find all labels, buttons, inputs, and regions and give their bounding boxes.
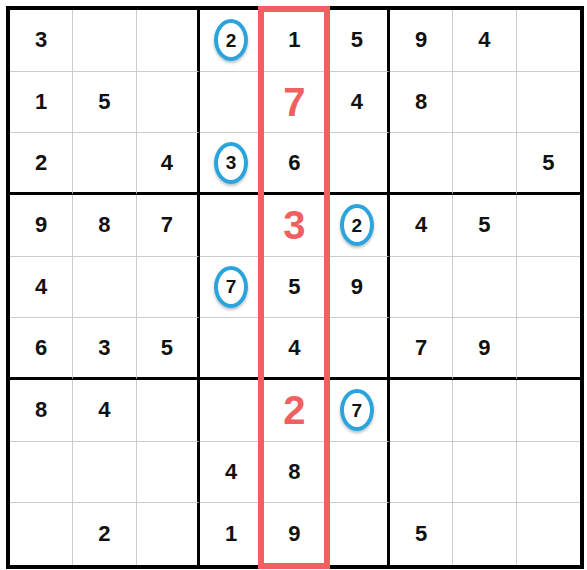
sudoku-board: 3215941574824365987324547596354798427482… bbox=[6, 6, 584, 569]
cell-r3c8[interactable] bbox=[453, 133, 516, 195]
solved-digit: 2 bbox=[283, 390, 305, 430]
cell-r8c1[interactable] bbox=[10, 442, 73, 504]
cell-r8c2[interactable] bbox=[73, 442, 136, 504]
cell-r9c6[interactable] bbox=[327, 503, 390, 565]
sudoku-grid: 3215941574824365987324547596354798427482… bbox=[10, 10, 580, 565]
solved-digit: 3 bbox=[283, 205, 305, 245]
cell-r7c2[interactable]: 4 bbox=[73, 380, 136, 442]
cell-r7c8[interactable] bbox=[453, 380, 516, 442]
cell-r7c4[interactable] bbox=[200, 380, 263, 442]
cell-r3c4[interactable]: 3 bbox=[200, 133, 263, 195]
cell-r6c8[interactable]: 9 bbox=[453, 318, 516, 380]
cell-r3c1[interactable]: 2 bbox=[10, 133, 73, 195]
cell-r8c4[interactable]: 4 bbox=[200, 442, 263, 504]
cell-r1c6[interactable]: 5 bbox=[327, 10, 390, 72]
given-digit: 4 bbox=[225, 461, 237, 483]
given-digit: 5 bbox=[415, 523, 427, 545]
cell-r3c9[interactable]: 5 bbox=[517, 133, 580, 195]
given-digit: 6 bbox=[288, 152, 300, 174]
cell-r6c4[interactable] bbox=[200, 318, 263, 380]
given-digit: 7 bbox=[352, 401, 363, 420]
given-digit: 2 bbox=[352, 216, 363, 235]
cell-r2c5[interactable]: 7 bbox=[263, 72, 326, 134]
given-digit: 1 bbox=[35, 91, 47, 113]
given-digit: 5 bbox=[351, 29, 363, 51]
cell-r5c8[interactable] bbox=[453, 257, 516, 319]
cell-r5c6[interactable]: 9 bbox=[327, 257, 390, 319]
cell-r6c3[interactable]: 5 bbox=[137, 318, 200, 380]
cell-r6c6[interactable] bbox=[327, 318, 390, 380]
cell-r6c9[interactable] bbox=[517, 318, 580, 380]
given-digit: 4 bbox=[35, 276, 47, 298]
cell-r6c5[interactable]: 4 bbox=[263, 318, 326, 380]
given-digit: 9 bbox=[35, 214, 47, 236]
given-digit: 3 bbox=[226, 153, 237, 172]
given-digit: 2 bbox=[98, 523, 110, 545]
given-digit: 8 bbox=[98, 214, 110, 236]
given-digit: 4 bbox=[161, 152, 173, 174]
cell-r7c5[interactable]: 2 bbox=[263, 380, 326, 442]
cell-r3c6[interactable] bbox=[327, 133, 390, 195]
cell-r6c1[interactable]: 6 bbox=[10, 318, 73, 380]
cell-r9c4[interactable]: 1 bbox=[200, 503, 263, 565]
cell-r3c7[interactable] bbox=[390, 133, 453, 195]
cell-r2c3[interactable] bbox=[137, 72, 200, 134]
cell-r2c6[interactable]: 4 bbox=[327, 72, 390, 134]
cell-r9c3[interactable] bbox=[137, 503, 200, 565]
sudoku-app: 3215941574824365987324547596354798427482… bbox=[0, 0, 587, 570]
given-digit: 5 bbox=[478, 214, 490, 236]
cell-r8c8[interactable] bbox=[453, 442, 516, 504]
cell-r8c9[interactable] bbox=[517, 442, 580, 504]
cell-r4c3[interactable]: 7 bbox=[137, 195, 200, 257]
cell-r1c1[interactable]: 3 bbox=[10, 10, 73, 72]
given-digit: 9 bbox=[478, 337, 490, 359]
cell-r6c2[interactable]: 3 bbox=[73, 318, 136, 380]
cell-r7c3[interactable] bbox=[137, 380, 200, 442]
cell-r7c1[interactable]: 8 bbox=[10, 380, 73, 442]
given-digit: 5 bbox=[98, 91, 110, 113]
cell-r3c5[interactable]: 6 bbox=[263, 133, 326, 195]
cell-r9c9[interactable] bbox=[517, 503, 580, 565]
given-digit: 4 bbox=[351, 91, 363, 113]
cell-r1c9[interactable] bbox=[517, 10, 580, 72]
given-digit: 5 bbox=[288, 276, 300, 298]
cell-r1c4[interactable]: 2 bbox=[200, 10, 263, 72]
cell-r8c5[interactable]: 8 bbox=[263, 442, 326, 504]
solved-digit: 7 bbox=[283, 82, 305, 122]
given-digit: 7 bbox=[161, 214, 173, 236]
cell-r2c9[interactable] bbox=[517, 72, 580, 134]
cell-r5c7[interactable] bbox=[390, 257, 453, 319]
given-digit: 5 bbox=[542, 152, 554, 174]
cell-r2c4[interactable] bbox=[200, 72, 263, 134]
cell-r7c9[interactable] bbox=[517, 380, 580, 442]
cell-r9c2[interactable]: 2 bbox=[73, 503, 136, 565]
cell-r4c2[interactable]: 8 bbox=[73, 195, 136, 257]
cell-r4c1[interactable]: 9 bbox=[10, 195, 73, 257]
given-digit: 4 bbox=[98, 399, 110, 421]
cell-r5c2[interactable] bbox=[73, 257, 136, 319]
cell-r9c8[interactable] bbox=[453, 503, 516, 565]
given-digit: 3 bbox=[35, 29, 47, 51]
given-digit: 7 bbox=[226, 277, 237, 296]
cell-r2c8[interactable] bbox=[453, 72, 516, 134]
cell-r3c2[interactable] bbox=[73, 133, 136, 195]
given-digit: 3 bbox=[98, 337, 110, 359]
cell-r2c1[interactable]: 1 bbox=[10, 72, 73, 134]
cell-r4c8[interactable]: 5 bbox=[453, 195, 516, 257]
cell-r1c8[interactable]: 4 bbox=[453, 10, 516, 72]
cell-r4c4[interactable] bbox=[200, 195, 263, 257]
given-digit: 5 bbox=[161, 337, 173, 359]
cell-r5c1[interactable]: 4 bbox=[10, 257, 73, 319]
given-digit: 8 bbox=[35, 399, 47, 421]
cell-r2c2[interactable]: 5 bbox=[73, 72, 136, 134]
given-digit: 6 bbox=[35, 337, 47, 359]
cell-r1c3[interactable] bbox=[137, 10, 200, 72]
cell-r9c1[interactable] bbox=[10, 503, 73, 565]
cell-r4c9[interactable] bbox=[517, 195, 580, 257]
cell-r9c7[interactable]: 5 bbox=[390, 503, 453, 565]
cell-r7c7[interactable] bbox=[390, 380, 453, 442]
given-digit: 9 bbox=[288, 523, 300, 545]
given-digit: 7 bbox=[415, 337, 427, 359]
cell-r4c6[interactable]: 2 bbox=[327, 195, 390, 257]
cell-r8c3[interactable] bbox=[137, 442, 200, 504]
cell-r5c4[interactable]: 7 bbox=[200, 257, 263, 319]
given-digit: 4 bbox=[478, 29, 490, 51]
cell-r3c3[interactable]: 4 bbox=[137, 133, 200, 195]
cell-r4c7[interactable]: 4 bbox=[390, 195, 453, 257]
cell-r1c2[interactable] bbox=[73, 10, 136, 72]
given-digit: 1 bbox=[225, 523, 237, 545]
cell-r8c6[interactable] bbox=[327, 442, 390, 504]
given-digit: 4 bbox=[288, 337, 300, 359]
given-digit: 2 bbox=[35, 152, 47, 174]
cell-r9c5[interactable]: 9 bbox=[263, 503, 326, 565]
given-digit: 1 bbox=[288, 29, 300, 51]
cell-r4c5[interactable]: 3 bbox=[263, 195, 326, 257]
given-digit: 9 bbox=[351, 276, 363, 298]
given-digit: 2 bbox=[226, 31, 237, 50]
given-digit: 8 bbox=[288, 461, 300, 483]
given-digit: 9 bbox=[415, 29, 427, 51]
cell-r7c6[interactable]: 7 bbox=[327, 380, 390, 442]
cell-r5c3[interactable] bbox=[137, 257, 200, 319]
cell-r2c7[interactable]: 8 bbox=[390, 72, 453, 134]
cell-r1c7[interactable]: 9 bbox=[390, 10, 453, 72]
cell-r5c5[interactable]: 5 bbox=[263, 257, 326, 319]
cell-r1c5[interactable]: 1 bbox=[263, 10, 326, 72]
given-digit: 4 bbox=[415, 214, 427, 236]
cell-r6c7[interactable]: 7 bbox=[390, 318, 453, 380]
cell-r8c7[interactable] bbox=[390, 442, 453, 504]
cell-r5c9[interactable] bbox=[517, 257, 580, 319]
given-digit: 8 bbox=[415, 91, 427, 113]
